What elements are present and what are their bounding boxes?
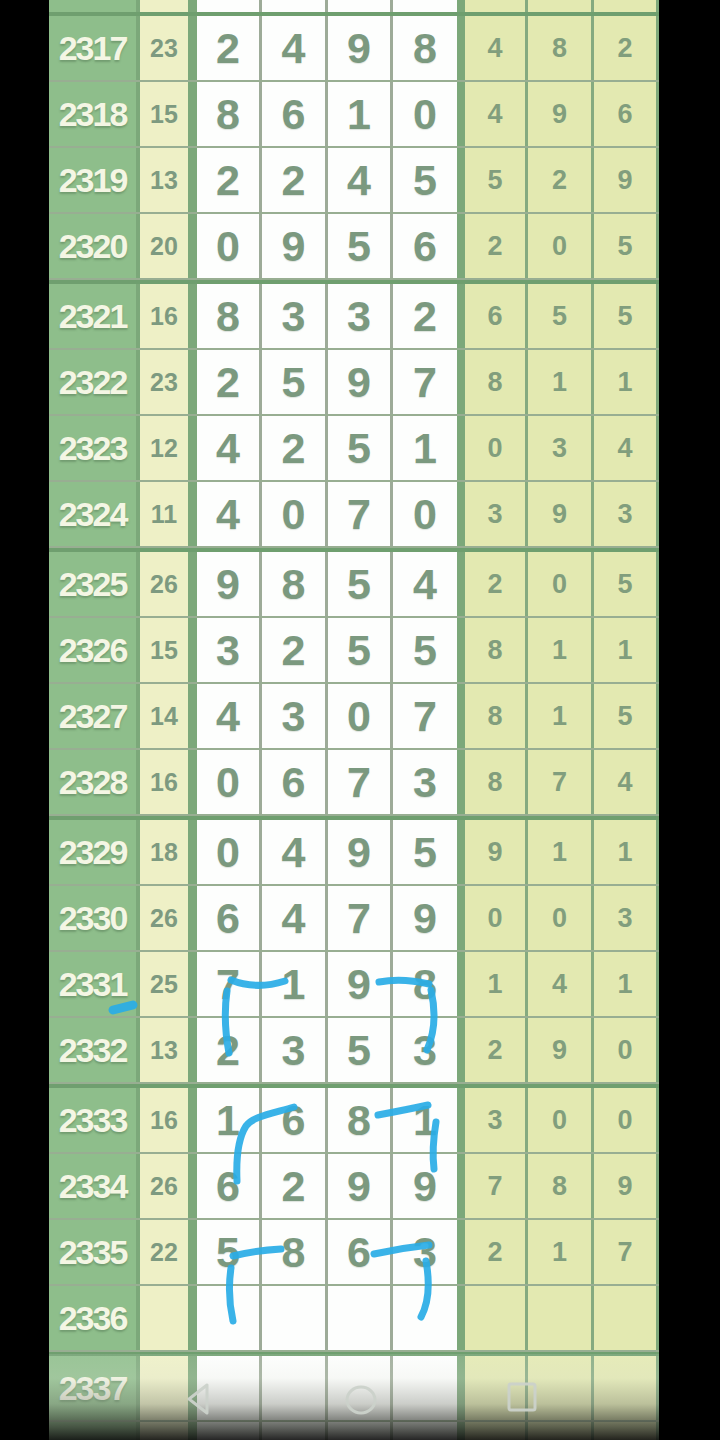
digit-cell: 9 xyxy=(328,820,390,884)
sum-value xyxy=(140,1422,188,1440)
table-row: 2334266299789 xyxy=(49,1154,659,1220)
extra-digit-cell: 5 xyxy=(465,148,525,212)
digit-cell xyxy=(262,1356,325,1420)
table-row: 2333161681300 xyxy=(49,1088,659,1154)
sum-value xyxy=(140,1356,188,1420)
extra-digit-cell: 3 xyxy=(528,416,591,480)
extra-digit-cell xyxy=(594,1356,656,1420)
extra-digit-cell: 0 xyxy=(528,552,591,616)
sum-value: 16 xyxy=(140,284,188,348)
table-row: 2320200956205 xyxy=(49,214,659,280)
digit-cell: 8 xyxy=(197,82,259,146)
draw-id: 2337 xyxy=(49,1356,136,1420)
digit-cell: 3 xyxy=(262,1018,325,1082)
draw-id: 2326 xyxy=(49,618,136,682)
digit-cell xyxy=(197,1422,259,1440)
extra-digit-cell: 7 xyxy=(594,1220,656,1284)
extra-digit-cell: 9 xyxy=(528,482,591,546)
extra-digit-cell: 8 xyxy=(465,350,525,414)
draw-id: 2319 xyxy=(49,148,136,212)
digit-cell: 5 xyxy=(328,1018,390,1082)
draw-id xyxy=(49,0,136,12)
digit-cell xyxy=(262,1422,325,1440)
draw-id: 2329 xyxy=(49,820,136,884)
digit-cell: 7 xyxy=(393,350,457,414)
digit-cell: 0 xyxy=(197,820,259,884)
sum-value xyxy=(140,1286,188,1350)
digit-cell xyxy=(393,1356,457,1420)
sum-value: 12 xyxy=(140,416,188,480)
extra-digit-cell: 9 xyxy=(528,82,591,146)
digit-cell: 2 xyxy=(262,416,325,480)
extra-digit-cell: 5 xyxy=(594,214,656,278)
sum-value: 16 xyxy=(140,1088,188,1152)
extra-digit-cell: 5 xyxy=(594,284,656,348)
sum-value: 26 xyxy=(140,1154,188,1218)
digit-cell: 5 xyxy=(328,214,390,278)
digit-cell: 7 xyxy=(328,482,390,546)
draw-id: 2335 xyxy=(49,1220,136,1284)
digit-cell: 6 xyxy=(197,886,259,950)
digit-cell: 0 xyxy=(393,482,457,546)
digit-cell: 0 xyxy=(197,750,259,814)
extra-digit-cell: 0 xyxy=(594,1088,656,1152)
extra-digit-cell: 2 xyxy=(465,1220,525,1284)
extra-digit-cell: 0 xyxy=(594,1018,656,1082)
extra-digit-cell: 7 xyxy=(465,1154,525,1218)
extra-digit-cell: 1 xyxy=(528,350,591,414)
draw-id: 2324 xyxy=(49,482,136,546)
table-row: 2331257198141 xyxy=(49,952,659,1018)
extra-digit-cell xyxy=(528,1356,591,1420)
digit-cell: 6 xyxy=(262,750,325,814)
digit-cell: 4 xyxy=(262,886,325,950)
digit-cell: 8 xyxy=(328,1088,390,1152)
extra-digit-cell xyxy=(465,1286,525,1350)
digit-cell: 4 xyxy=(197,416,259,480)
table-row: 2317232498482 xyxy=(49,16,659,82)
digit-cell: 9 xyxy=(262,214,325,278)
extra-digit-cell: 3 xyxy=(465,1088,525,1152)
extra-digit-cell xyxy=(594,0,656,12)
draw-id: 2323 xyxy=(49,416,136,480)
extra-digit-cell xyxy=(528,1286,591,1350)
extra-digit-cell: 8 xyxy=(465,684,525,748)
table-row: 2318158610496 xyxy=(49,82,659,148)
table-row: 2330266479003 xyxy=(49,886,659,952)
draw-id: 2332 xyxy=(49,1018,136,1082)
digit-cell: 0 xyxy=(262,482,325,546)
digit-cell: 5 xyxy=(393,820,457,884)
extra-digit-cell xyxy=(528,0,591,12)
digit-cell: 0 xyxy=(328,684,390,748)
digit-cell: 6 xyxy=(197,1154,259,1218)
digit-cell: 3 xyxy=(262,684,325,748)
table-row: 2321168332655 xyxy=(49,284,659,350)
results-table: 2317232498482231815861049623191322455292… xyxy=(49,0,659,1440)
extra-digit-cell xyxy=(465,0,525,12)
extra-digit-cell: 4 xyxy=(528,952,591,1016)
table-row: 2327144307815 xyxy=(49,684,659,750)
extra-digit-cell: 9 xyxy=(594,1154,656,1218)
digit-cell: 9 xyxy=(197,552,259,616)
draw-id: 2330 xyxy=(49,886,136,950)
draw-id: 2331 xyxy=(49,952,136,1016)
digit-cell: 2 xyxy=(197,350,259,414)
digit-cell: 7 xyxy=(197,952,259,1016)
digit-cell: 4 xyxy=(393,552,457,616)
digit-cell: 4 xyxy=(197,684,259,748)
digit-cell: 3 xyxy=(393,750,457,814)
draw-id: 2321 xyxy=(49,284,136,348)
extra-digit-cell: 3 xyxy=(465,482,525,546)
draw-id: 2325 xyxy=(49,552,136,616)
extra-digit-cell: 5 xyxy=(594,684,656,748)
digit-cell: 6 xyxy=(393,214,457,278)
sum-value: 23 xyxy=(140,350,188,414)
extra-digit-cell: 6 xyxy=(594,82,656,146)
extra-digit-cell xyxy=(528,1422,591,1440)
table-row: 2325269854205 xyxy=(49,552,659,618)
digit-cell: 8 xyxy=(393,952,457,1016)
extra-digit-cell: 8 xyxy=(465,750,525,814)
digit-cell: 1 xyxy=(328,82,390,146)
draw-id: 2327 xyxy=(49,684,136,748)
digit-cell: 4 xyxy=(328,148,390,212)
extra-digit-cell xyxy=(594,1286,656,1350)
digit-cell: 7 xyxy=(328,886,390,950)
digit-cell xyxy=(197,1286,259,1350)
extra-digit-cell: 8 xyxy=(465,618,525,682)
sum-value: 18 xyxy=(140,820,188,884)
extra-digit-cell xyxy=(465,1422,525,1440)
extra-digit-cell xyxy=(594,1422,656,1440)
sum-value: 13 xyxy=(140,1018,188,1082)
table-row: 2319132245529 xyxy=(49,148,659,214)
extra-digit-cell: 2 xyxy=(465,552,525,616)
extra-digit-cell: 7 xyxy=(528,750,591,814)
extra-digit-cell xyxy=(465,1356,525,1420)
extra-digit-cell: 4 xyxy=(465,82,525,146)
table-row: 2336 xyxy=(49,1286,659,1352)
extra-digit-cell: 5 xyxy=(528,284,591,348)
digit-cell: 2 xyxy=(197,1018,259,1082)
draw-id: 2333 xyxy=(49,1088,136,1152)
table-row: 2323124251034 xyxy=(49,416,659,482)
digit-cell: 8 xyxy=(197,284,259,348)
extra-digit-cell: 8 xyxy=(528,16,591,80)
digit-cell: 0 xyxy=(393,82,457,146)
draw-id: 2317 xyxy=(49,16,136,80)
digit-cell: 5 xyxy=(262,350,325,414)
digit-cell xyxy=(328,1356,390,1420)
digit-cell: 6 xyxy=(262,1088,325,1152)
table-row: 2335225863217 xyxy=(49,1220,659,1286)
digit-cell xyxy=(393,0,457,12)
table-row: 2337 xyxy=(49,1356,659,1422)
screenshot-root: 2317232498482231815861049623191322455292… xyxy=(0,0,720,1440)
digit-cell: 3 xyxy=(393,1220,457,1284)
sum-value: 16 xyxy=(140,750,188,814)
digit-cell: 4 xyxy=(197,482,259,546)
sum-value: 23 xyxy=(140,16,188,80)
extra-digit-cell: 4 xyxy=(465,16,525,80)
digit-cell: 2 xyxy=(197,148,259,212)
digit-cell: 2 xyxy=(197,16,259,80)
digit-cell xyxy=(393,1422,457,1440)
extra-digit-cell: 2 xyxy=(594,16,656,80)
extra-digit-cell: 5 xyxy=(594,552,656,616)
extra-digit-cell: 4 xyxy=(594,416,656,480)
draw-id: 2334 xyxy=(49,1154,136,1218)
extra-digit-cell: 2 xyxy=(465,214,525,278)
extra-digit-cell: 3 xyxy=(594,886,656,950)
digit-cell: 6 xyxy=(262,82,325,146)
digit-cell: 2 xyxy=(393,284,457,348)
table-row: 2322232597811 xyxy=(49,350,659,416)
digit-cell: 3 xyxy=(262,284,325,348)
sum-value xyxy=(140,0,188,12)
digit-cell: 8 xyxy=(262,552,325,616)
table-row: 2324114070393 xyxy=(49,482,659,548)
digit-cell: 1 xyxy=(393,416,457,480)
digit-cell: 9 xyxy=(393,1154,457,1218)
extra-digit-cell: 0 xyxy=(465,886,525,950)
sum-value: 22 xyxy=(140,1220,188,1284)
extra-digit-cell: 1 xyxy=(594,820,656,884)
digit-cell: 8 xyxy=(262,1220,325,1284)
digit-cell: 9 xyxy=(328,952,390,1016)
extra-digit-cell: 1 xyxy=(528,820,591,884)
draw-id: 2328 xyxy=(49,750,136,814)
sum-value: 26 xyxy=(140,886,188,950)
table-row: 2329180495911 xyxy=(49,820,659,886)
extra-digit-cell: 2 xyxy=(465,1018,525,1082)
digit-cell: 5 xyxy=(328,552,390,616)
draw-id: 2322 xyxy=(49,350,136,414)
digit-cell: 4 xyxy=(262,820,325,884)
extra-digit-cell: 8 xyxy=(528,1154,591,1218)
sum-value: 15 xyxy=(140,618,188,682)
digit-cell: 5 xyxy=(197,1220,259,1284)
digit-cell: 2 xyxy=(262,618,325,682)
digit-cell: 5 xyxy=(328,618,390,682)
digit-cell xyxy=(328,1422,390,1440)
digit-cell: 1 xyxy=(197,1088,259,1152)
digit-cell xyxy=(393,1286,457,1350)
digit-cell: 9 xyxy=(393,886,457,950)
table-row: 2328160673874 xyxy=(49,750,659,816)
extra-digit-cell: 1 xyxy=(528,618,591,682)
digit-cell: 0 xyxy=(197,214,259,278)
digit-cell: 8 xyxy=(393,16,457,80)
sum-value: 15 xyxy=(140,82,188,146)
draw-id: 2320 xyxy=(49,214,136,278)
extra-digit-cell: 9 xyxy=(594,148,656,212)
sum-value: 20 xyxy=(140,214,188,278)
sum-value: 11 xyxy=(140,482,188,546)
draw-id xyxy=(49,1422,136,1440)
digit-cell: 4 xyxy=(262,16,325,80)
extra-digit-cell: 3 xyxy=(594,482,656,546)
digit-cell: 6 xyxy=(328,1220,390,1284)
table-row xyxy=(49,1422,659,1440)
digit-cell xyxy=(328,0,390,12)
digit-cell xyxy=(262,1286,325,1350)
table-row: 2332132353290 xyxy=(49,1018,659,1084)
sum-value: 13 xyxy=(140,148,188,212)
extra-digit-cell: 0 xyxy=(528,886,591,950)
digit-cell: 1 xyxy=(262,952,325,1016)
extra-digit-cell: 2 xyxy=(528,148,591,212)
digit-cell xyxy=(262,0,325,12)
extra-digit-cell: 9 xyxy=(465,820,525,884)
extra-digit-cell: 1 xyxy=(594,952,656,1016)
digit-cell: 3 xyxy=(393,1018,457,1082)
sum-value: 14 xyxy=(140,684,188,748)
digit-cell: 5 xyxy=(393,148,457,212)
table-row: 2326153255811 xyxy=(49,618,659,684)
digit-cell: 9 xyxy=(328,1154,390,1218)
digit-cell: 9 xyxy=(328,16,390,80)
table-row xyxy=(49,0,659,12)
digit-cell: 5 xyxy=(393,618,457,682)
extra-digit-cell: 0 xyxy=(528,1088,591,1152)
extra-digit-cell: 6 xyxy=(465,284,525,348)
digit-cell: 5 xyxy=(328,416,390,480)
extra-digit-cell: 1 xyxy=(594,618,656,682)
extra-digit-cell: 0 xyxy=(528,214,591,278)
extra-digit-cell: 9 xyxy=(528,1018,591,1082)
extra-digit-cell: 4 xyxy=(594,750,656,814)
digit-cell xyxy=(197,1356,259,1420)
digit-cell: 3 xyxy=(197,618,259,682)
digit-cell: 3 xyxy=(328,284,390,348)
digit-cell: 7 xyxy=(393,684,457,748)
draw-id: 2336 xyxy=(49,1286,136,1350)
extra-digit-cell: 1 xyxy=(594,350,656,414)
extra-digit-cell: 0 xyxy=(465,416,525,480)
digit-cell: 2 xyxy=(262,148,325,212)
digit-cell: 9 xyxy=(328,350,390,414)
lottery-table-app: 2317232498482231815861049623191322455292… xyxy=(49,0,659,1440)
extra-digit-cell: 1 xyxy=(528,1220,591,1284)
sum-value: 26 xyxy=(140,552,188,616)
digit-cell: 2 xyxy=(262,1154,325,1218)
digit-cell xyxy=(197,0,259,12)
extra-digit-cell: 1 xyxy=(465,952,525,1016)
extra-digit-cell: 1 xyxy=(528,684,591,748)
digit-cell xyxy=(328,1286,390,1350)
digit-cell: 7 xyxy=(328,750,390,814)
sum-value: 25 xyxy=(140,952,188,1016)
draw-id: 2318 xyxy=(49,82,136,146)
digit-cell: 1 xyxy=(393,1088,457,1152)
